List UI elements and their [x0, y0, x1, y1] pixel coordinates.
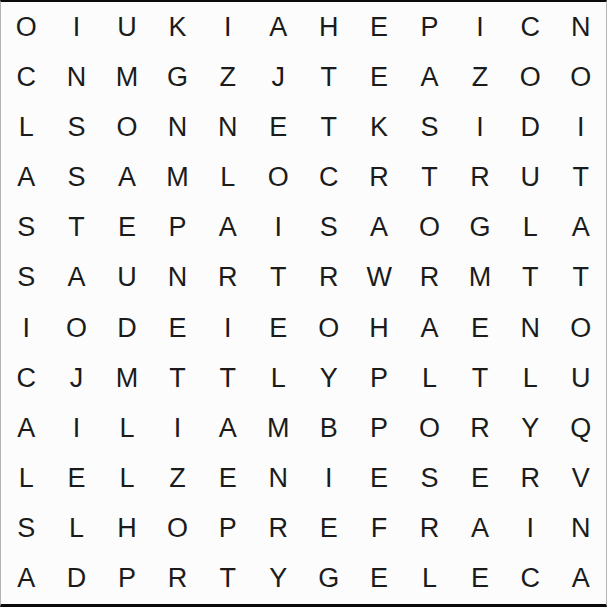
grid-cell[interactable]: A	[1, 403, 51, 453]
grid-cell[interactable]: P	[354, 353, 404, 403]
grid-cell[interactable]: I	[304, 454, 354, 504]
grid-cell[interactable]: H	[304, 2, 354, 52]
grid-cell[interactable]: O	[152, 504, 202, 554]
grid-cell[interactable]: Z	[203, 52, 253, 102]
grid-cell[interactable]: T	[253, 253, 303, 303]
grid-cell[interactable]: D	[505, 102, 555, 152]
grid-cell[interactable]: K	[354, 102, 404, 152]
grid-cell[interactable]: N	[152, 102, 202, 152]
grid-cell[interactable]: K	[152, 2, 202, 52]
grid-cell[interactable]: A	[404, 303, 454, 353]
grid-cell[interactable]: I	[455, 102, 505, 152]
grid-cell[interactable]: G	[152, 52, 202, 102]
grid-cell[interactable]: A	[354, 203, 404, 253]
grid-cell[interactable]: N	[203, 102, 253, 152]
grid-cell[interactable]: O	[1, 2, 51, 52]
grid-cell[interactable]: E	[455, 454, 505, 504]
grid-cell[interactable]: T	[203, 554, 253, 604]
grid-cell[interactable]: E	[51, 454, 101, 504]
grid-cell[interactable]: L	[253, 353, 303, 403]
grid-cell[interactable]: N	[505, 303, 555, 353]
grid-cell[interactable]: L	[505, 353, 555, 403]
grid-cell[interactable]: N	[253, 454, 303, 504]
grid-cell[interactable]: L	[404, 554, 454, 604]
grid-cell[interactable]: J	[253, 52, 303, 102]
grid-cell[interactable]: I	[51, 403, 101, 453]
grid-cell[interactable]: L	[505, 203, 555, 253]
grid-cell[interactable]: Z	[152, 454, 202, 504]
grid-cell[interactable]: S	[51, 153, 101, 203]
grid-cell[interactable]: E	[253, 102, 303, 152]
grid-cell[interactable]: A	[455, 504, 505, 554]
grid-cell[interactable]: Y	[505, 403, 555, 453]
grid-cell[interactable]: L	[404, 353, 454, 403]
grid-cell[interactable]: I	[1, 303, 51, 353]
grid-cell[interactable]: U	[505, 153, 555, 203]
grid-cell[interactable]: P	[354, 403, 404, 453]
grid-cell[interactable]: P	[102, 554, 152, 604]
grid-cell[interactable]: S	[1, 203, 51, 253]
grid-cell[interactable]: S	[1, 253, 51, 303]
grid-cell[interactable]: G	[304, 554, 354, 604]
grid-cell[interactable]: V	[556, 454, 606, 504]
grid-cell[interactable]: T	[455, 353, 505, 403]
grid-cell[interactable]: I	[203, 303, 253, 353]
grid-cell[interactable]: O	[51, 303, 101, 353]
grid-cell[interactable]: E	[304, 504, 354, 554]
grid-cell[interactable]: R	[455, 153, 505, 203]
grid-cell[interactable]: O	[505, 52, 555, 102]
grid-cell[interactable]: W	[354, 253, 404, 303]
grid-cell[interactable]: I	[203, 2, 253, 52]
grid-cell[interactable]: S	[404, 454, 454, 504]
grid-cell[interactable]: T	[152, 353, 202, 403]
grid-cell[interactable]: O	[556, 52, 606, 102]
grid-cell[interactable]: A	[253, 2, 303, 52]
grid-cell[interactable]: N	[556, 504, 606, 554]
grid-cell[interactable]: Q	[556, 403, 606, 453]
grid-cell[interactable]: L	[1, 102, 51, 152]
grid-cell[interactable]: I	[51, 2, 101, 52]
grid-cell[interactable]: I	[253, 203, 303, 253]
grid-cell[interactable]: O	[404, 203, 454, 253]
grid-cell[interactable]: T	[304, 52, 354, 102]
grid-cell[interactable]: C	[505, 554, 555, 604]
grid-cell[interactable]: T	[505, 253, 555, 303]
grid-cell[interactable]: B	[304, 403, 354, 453]
grid-cell[interactable]: U	[102, 2, 152, 52]
grid-cell[interactable]: A	[404, 52, 454, 102]
grid-cell[interactable]: M	[455, 253, 505, 303]
grid-cell[interactable]: R	[455, 403, 505, 453]
grid-cell[interactable]: D	[102, 303, 152, 353]
grid-cell[interactable]: H	[354, 303, 404, 353]
grid-cell[interactable]: A	[1, 153, 51, 203]
grid-cell[interactable]: P	[404, 2, 454, 52]
grid-cell[interactable]: A	[556, 554, 606, 604]
grid-cell[interactable]: M	[253, 403, 303, 453]
grid-cell[interactable]: N	[556, 2, 606, 52]
grid-cell[interactable]: D	[51, 554, 101, 604]
grid-cell[interactable]: N	[51, 52, 101, 102]
grid-cell[interactable]: T	[203, 353, 253, 403]
grid-cell[interactable]: I	[505, 504, 555, 554]
grid-cell[interactable]: C	[1, 52, 51, 102]
grid-cell[interactable]: R	[354, 153, 404, 203]
grid-cell[interactable]: N	[152, 253, 202, 303]
grid-cell[interactable]: S	[304, 203, 354, 253]
grid-cell[interactable]: I	[152, 403, 202, 453]
grid-cell[interactable]: A	[51, 253, 101, 303]
grid-cell[interactable]: Y	[304, 353, 354, 403]
grid-cell[interactable]: P	[152, 203, 202, 253]
grid-cell[interactable]: R	[404, 504, 454, 554]
word-search-board: OIUKIAHEPICNCNMGZJTEAZOOLSONNETKSIDIASAM…	[0, 0, 607, 607]
grid-cell[interactable]: M	[102, 52, 152, 102]
grid-cell[interactable]: O	[102, 102, 152, 152]
grid-cell[interactable]: T	[556, 253, 606, 303]
grid-cell[interactable]: T	[404, 153, 454, 203]
grid-cell[interactable]: G	[455, 203, 505, 253]
grid-cell[interactable]: R	[304, 253, 354, 303]
grid-cell[interactable]: S	[1, 504, 51, 554]
grid-cell[interactable]: L	[203, 153, 253, 203]
grid-cell[interactable]: C	[1, 353, 51, 403]
grid-cell[interactable]: F	[354, 504, 404, 554]
grid-cell[interactable]: I	[455, 2, 505, 52]
grid-cell[interactable]: E	[354, 454, 404, 504]
grid-cell[interactable]: R	[203, 253, 253, 303]
grid-cell[interactable]: O	[556, 303, 606, 353]
grid-cell[interactable]: A	[203, 403, 253, 453]
grid-cell[interactable]: M	[152, 153, 202, 203]
grid-cell[interactable]: E	[354, 2, 404, 52]
grid-cell[interactable]: E	[102, 203, 152, 253]
grid-cell[interactable]: H	[102, 504, 152, 554]
grid-cell[interactable]: T	[556, 153, 606, 203]
grid-cell[interactable]: E	[152, 303, 202, 353]
grid-cell[interactable]: R	[505, 454, 555, 504]
grid-cell[interactable]: L	[51, 504, 101, 554]
grid-cell[interactable]: M	[102, 353, 152, 403]
grid-cell[interactable]: A	[203, 203, 253, 253]
grid-cell[interactable]: E	[354, 554, 404, 604]
grid-cell[interactable]: S	[51, 102, 101, 152]
grid-cell[interactable]: A	[556, 203, 606, 253]
grid-cell[interactable]: O	[404, 403, 454, 453]
grid-cell[interactable]: C	[505, 2, 555, 52]
grid-cell[interactable]: I	[556, 102, 606, 152]
grid-cell[interactable]: O	[253, 153, 303, 203]
grid-cell[interactable]: R	[404, 253, 454, 303]
grid-cell[interactable]: E	[203, 454, 253, 504]
grid-cell[interactable]: E	[354, 52, 404, 102]
grid-cell[interactable]: L	[1, 454, 51, 504]
grid-cell[interactable]: J	[51, 353, 101, 403]
grid-cell[interactable]: O	[304, 303, 354, 353]
grid-cell[interactable]: E	[455, 303, 505, 353]
grid-cell[interactable]: T	[51, 203, 101, 253]
grid-cell[interactable]: P	[203, 504, 253, 554]
grid-cell[interactable]: A	[1, 554, 51, 604]
grid-cell[interactable]: E	[455, 554, 505, 604]
grid-cell[interactable]: R	[253, 504, 303, 554]
grid-cell[interactable]: E	[253, 303, 303, 353]
grid-cell[interactable]: C	[304, 153, 354, 203]
grid-cell[interactable]: T	[304, 102, 354, 152]
grid-cell[interactable]: U	[556, 353, 606, 403]
grid-cell[interactable]: S	[404, 102, 454, 152]
grid-cell[interactable]: U	[102, 253, 152, 303]
grid-cell[interactable]: L	[102, 454, 152, 504]
grid-cell[interactable]: L	[102, 403, 152, 453]
grid-cell[interactable]: Y	[253, 554, 303, 604]
grid-cell[interactable]: A	[102, 153, 152, 203]
grid-cell[interactable]: Z	[455, 52, 505, 102]
grid-cell[interactable]: R	[152, 554, 202, 604]
